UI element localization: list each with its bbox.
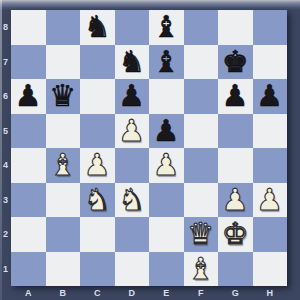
square-e2[interactable] <box>149 217 184 252</box>
square-b5[interactable] <box>46 114 81 149</box>
square-a7[interactable] <box>11 45 46 80</box>
white-pawn-c4: ♟ <box>84 150 111 180</box>
square-g7[interactable]: ♚ <box>218 45 253 80</box>
square-c8[interactable]: ♞ <box>80 10 115 45</box>
rank-label-1: 1 <box>0 252 11 287</box>
square-h6[interactable]: ♟ <box>253 79 288 114</box>
white-pawn-h3: ♟ <box>256 185 283 215</box>
square-e7[interactable]: ♝ <box>149 45 184 80</box>
square-b6[interactable]: ♛ <box>46 79 81 114</box>
square-f8[interactable] <box>184 10 219 45</box>
white-king-g2: ♚ <box>222 219 249 249</box>
square-c1[interactable] <box>80 252 115 287</box>
rank-labels: 87654321 <box>0 10 11 286</box>
square-b4[interactable]: ♝ <box>46 148 81 183</box>
square-d6[interactable]: ♟ <box>115 79 150 114</box>
square-h1[interactable] <box>253 252 288 287</box>
white-knight-d3: ♞ <box>118 185 145 215</box>
white-queen-f2: ♛ <box>187 219 214 249</box>
file-label-f: F <box>184 286 219 300</box>
square-d2[interactable] <box>115 217 150 252</box>
square-e3[interactable] <box>149 183 184 218</box>
square-a6[interactable]: ♟ <box>11 79 46 114</box>
file-labels: ABCDEFGH <box>11 286 287 300</box>
square-d4[interactable] <box>115 148 150 183</box>
black-pawn-g6: ♟ <box>222 81 249 111</box>
square-b2[interactable] <box>46 217 81 252</box>
square-c6[interactable] <box>80 79 115 114</box>
square-d3[interactable]: ♞ <box>115 183 150 218</box>
square-h5[interactable] <box>253 114 288 149</box>
square-e1[interactable] <box>149 252 184 287</box>
file-label-g: G <box>218 286 253 300</box>
white-knight-c3: ♞ <box>84 185 111 215</box>
square-c3[interactable]: ♞ <box>80 183 115 218</box>
rank-label-2: 2 <box>0 217 11 252</box>
square-f6[interactable] <box>184 79 219 114</box>
square-f4[interactable] <box>184 148 219 183</box>
square-f7[interactable] <box>184 45 219 80</box>
file-label-c: C <box>80 286 115 300</box>
square-h7[interactable] <box>253 45 288 80</box>
rank-label-4: 4 <box>0 148 11 183</box>
square-a2[interactable] <box>11 217 46 252</box>
square-d7[interactable]: ♞ <box>115 45 150 80</box>
file-label-b: B <box>46 286 81 300</box>
square-h2[interactable] <box>253 217 288 252</box>
rank-label-6: 6 <box>0 79 11 114</box>
rank-label-7: 7 <box>0 45 11 80</box>
square-b3[interactable] <box>46 183 81 218</box>
square-g5[interactable] <box>218 114 253 149</box>
square-g8[interactable] <box>218 10 253 45</box>
chess-board: ♞♝♞♝♚♟♛♟♟♟♟♟♝♟♟♞♞♟♟♛♚♝ <box>11 10 287 286</box>
square-b8[interactable] <box>46 10 81 45</box>
rank-label-8: 8 <box>0 10 11 45</box>
black-bishop-e7: ♝ <box>153 47 180 77</box>
black-king-g7: ♚ <box>222 47 249 77</box>
square-e6[interactable] <box>149 79 184 114</box>
square-g1[interactable] <box>218 252 253 287</box>
square-c5[interactable] <box>80 114 115 149</box>
square-d8[interactable] <box>115 10 150 45</box>
square-f3[interactable] <box>184 183 219 218</box>
square-e4[interactable]: ♟ <box>149 148 184 183</box>
square-f2[interactable]: ♛ <box>184 217 219 252</box>
square-f5[interactable] <box>184 114 219 149</box>
chess-board-frame: 87654321 ♞♝♞♝♚♟♛♟♟♟♟♟♝♟♟♞♞♟♟♛♚♝ ABCDEFGH <box>0 0 300 300</box>
black-knight-d7: ♞ <box>118 47 145 77</box>
square-g3[interactable]: ♟ <box>218 183 253 218</box>
square-a8[interactable] <box>11 10 46 45</box>
square-a3[interactable] <box>11 183 46 218</box>
black-pawn-d6: ♟ <box>118 81 145 111</box>
file-label-e: E <box>149 286 184 300</box>
black-pawn-a6: ♟ <box>15 81 42 111</box>
square-c2[interactable] <box>80 217 115 252</box>
square-d1[interactable] <box>115 252 150 287</box>
square-a5[interactable] <box>11 114 46 149</box>
rank-label-3: 3 <box>0 183 11 218</box>
white-pawn-d5: ♟ <box>118 116 145 146</box>
white-bishop-b4: ♝ <box>49 150 76 180</box>
black-pawn-e5: ♟ <box>153 116 180 146</box>
square-g4[interactable] <box>218 148 253 183</box>
black-bishop-e8: ♝ <box>153 12 180 42</box>
file-label-h: H <box>253 286 288 300</box>
square-d5[interactable]: ♟ <box>115 114 150 149</box>
square-e5[interactable]: ♟ <box>149 114 184 149</box>
square-h4[interactable] <box>253 148 288 183</box>
square-c4[interactable]: ♟ <box>80 148 115 183</box>
square-h3[interactable]: ♟ <box>253 183 288 218</box>
frame-top-highlight <box>0 0 300 10</box>
white-bishop-f1: ♝ <box>187 254 214 284</box>
square-a1[interactable] <box>11 252 46 287</box>
black-pawn-h6: ♟ <box>256 81 283 111</box>
square-g2[interactable]: ♚ <box>218 217 253 252</box>
square-c7[interactable] <box>80 45 115 80</box>
white-pawn-e4: ♟ <box>153 150 180 180</box>
square-g6[interactable]: ♟ <box>218 79 253 114</box>
black-knight-c8: ♞ <box>84 12 111 42</box>
black-queen-b6: ♛ <box>49 81 76 111</box>
square-a4[interactable] <box>11 148 46 183</box>
square-b1[interactable] <box>46 252 81 287</box>
square-f1[interactable]: ♝ <box>184 252 219 287</box>
square-e8[interactable]: ♝ <box>149 10 184 45</box>
file-label-a: A <box>11 286 46 300</box>
square-b7[interactable] <box>46 45 81 80</box>
square-h8[interactable] <box>253 10 288 45</box>
file-label-d: D <box>115 286 150 300</box>
white-pawn-g3: ♟ <box>222 185 249 215</box>
rank-label-5: 5 <box>0 114 11 149</box>
